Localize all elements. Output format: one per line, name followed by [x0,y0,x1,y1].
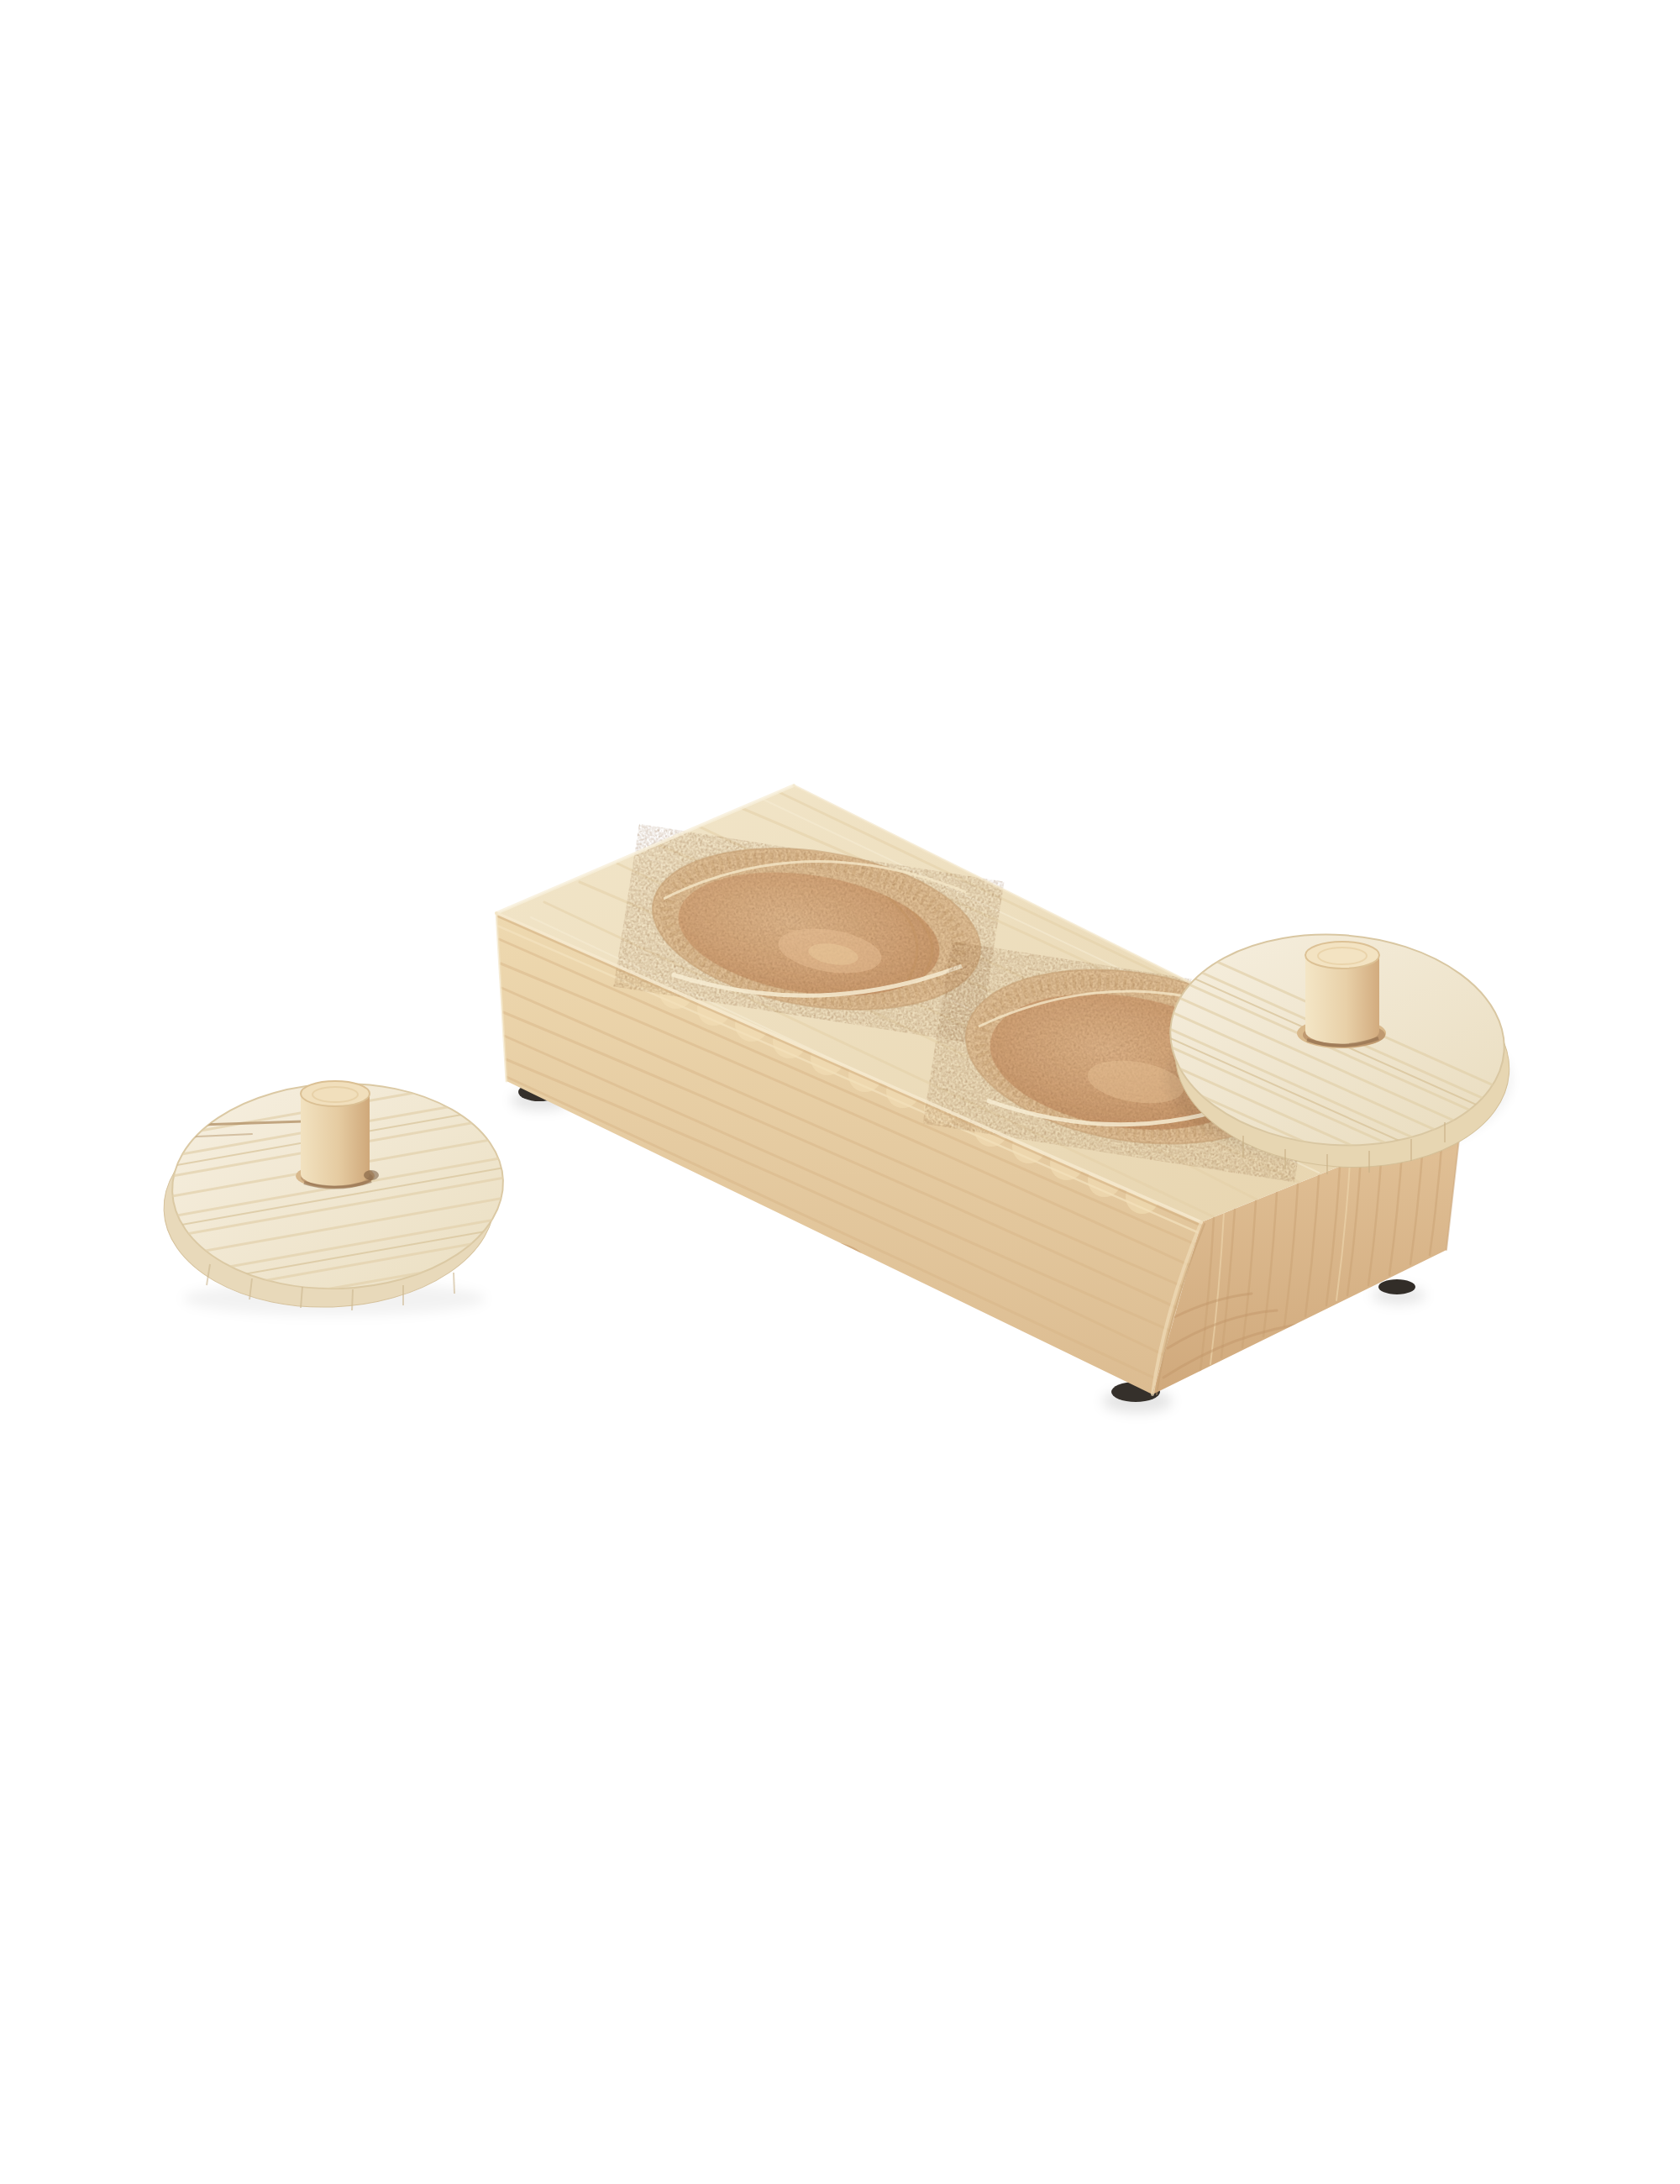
lid-left-peg[interactable] [296,1081,379,1189]
well-2-cell[interactable] [974,840,1457,1201]
well-1-cell[interactable] [491,840,974,1201]
product-photo-canvas: natural wood two-well snack board puzzle… [0,0,1680,2184]
board-grid [491,840,1457,1201]
foot-right [1378,1279,1415,1294]
